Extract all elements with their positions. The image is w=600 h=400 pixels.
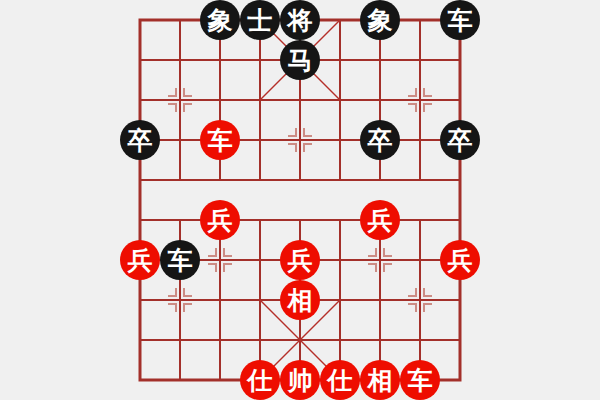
piece-glyph: 车 [408, 368, 433, 393]
red-pawn[interactable]: 兵 [120, 240, 160, 280]
red-pawn[interactable]: 兵 [200, 200, 240, 240]
piece-glyph: 相 [368, 368, 393, 393]
black-elephant[interactable]: 象 [200, 0, 240, 40]
piece-glyph: 车 [448, 8, 473, 33]
red-pawn[interactable]: 兵 [360, 200, 400, 240]
piece-glyph: 象 [208, 8, 233, 33]
piece-glyph: 相 [288, 288, 313, 313]
piece-glyph: 仕 [248, 368, 273, 393]
black-horse[interactable]: 马 [280, 40, 320, 80]
red-elephant[interactable]: 相 [280, 280, 320, 320]
piece-glyph: 车 [208, 128, 233, 153]
piece-glyph: 士 [248, 8, 273, 33]
piece-glyph: 车 [168, 248, 193, 273]
red-pawn[interactable]: 兵 [280, 240, 320, 280]
black-pawn[interactable]: 卒 [360, 120, 400, 160]
black-general[interactable]: 将 [280, 0, 320, 40]
piece-glyph: 兵 [288, 248, 313, 273]
black-chariot[interactable]: 车 [440, 0, 480, 40]
piece-glyph: 兵 [208, 208, 233, 233]
piece-glyph: 将 [288, 8, 313, 33]
black-elephant[interactable]: 象 [360, 0, 400, 40]
piece-glyph: 帅 [288, 368, 313, 393]
black-pawn[interactable]: 卒 [120, 120, 160, 160]
piece-glyph: 象 [368, 8, 393, 33]
red-chariot[interactable]: 车 [400, 360, 440, 400]
black-pawn[interactable]: 卒 [440, 120, 480, 160]
red-advisor[interactable]: 仕 [320, 360, 360, 400]
red-elephant[interactable]: 相 [360, 360, 400, 400]
piece-glyph: 卒 [448, 128, 473, 153]
red-chariot[interactable]: 车 [200, 120, 240, 160]
piece-glyph: 马 [288, 48, 313, 73]
piece-glyph: 仕 [328, 368, 353, 393]
red-advisor[interactable]: 仕 [240, 360, 280, 400]
black-chariot[interactable]: 车 [160, 240, 200, 280]
red-general[interactable]: 帅 [280, 360, 320, 400]
red-pawn[interactable]: 兵 [440, 240, 480, 280]
piece-glyph: 卒 [128, 128, 153, 153]
piece-glyph: 兵 [368, 208, 393, 233]
piece-glyph: 卒 [368, 128, 393, 153]
piece-glyph: 兵 [128, 248, 153, 273]
xiangqi-board: 象士将象车马卒车卒卒兵兵兵车兵兵相仕帅仕相车 [0, 0, 600, 400]
piece-glyph: 兵 [448, 248, 473, 273]
black-advisor[interactable]: 士 [240, 0, 280, 40]
